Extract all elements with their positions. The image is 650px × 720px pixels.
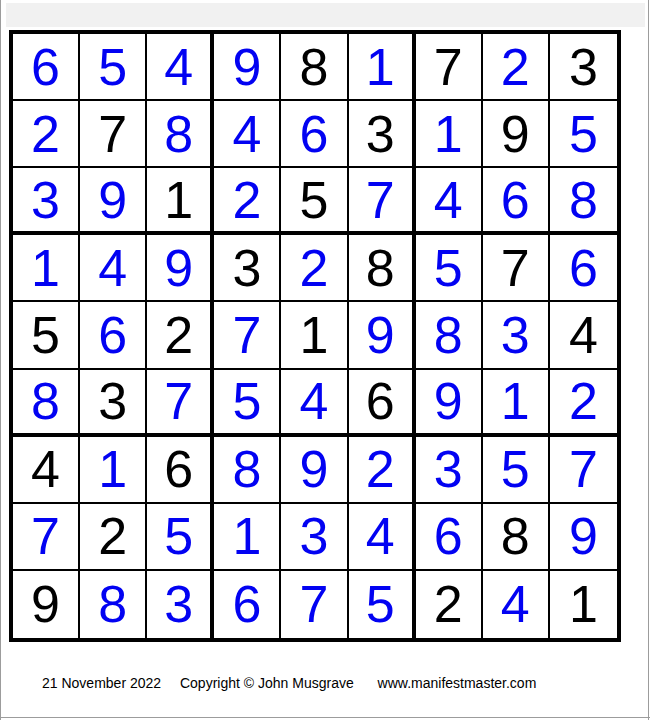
cell-r2c5: 6 [281,101,348,168]
cell-r4c9: 6 [550,235,617,302]
cell-r3c5: 5 [281,168,348,235]
cell-r5c6: 9 [349,302,416,369]
cell-r6c1: 8 [13,370,80,437]
cell-r8c5: 3 [281,504,348,571]
cell-r2c8: 9 [483,101,550,168]
cell-r7c6: 2 [349,437,416,504]
cell-r3c8: 6 [483,168,550,235]
cell-r4c2: 4 [80,235,147,302]
cell-r7c2: 1 [80,437,147,504]
cell-r4c4: 3 [214,235,281,302]
cell-r1c6: 1 [349,34,416,101]
cell-r7c9: 7 [550,437,617,504]
sudoku-board: 6549817232784631953912574681493285765627… [9,30,621,642]
cell-r6c7: 9 [416,370,483,437]
cell-r3c2: 9 [80,168,147,235]
page-edge-line-bottom [0,717,650,718]
cell-r9c6: 5 [349,571,416,638]
cell-r7c1: 4 [13,437,80,504]
footer-copyright: Copyright © John Musgrave [180,675,354,691]
cell-r2c4: 4 [214,101,281,168]
cell-r6c8: 1 [483,370,550,437]
cell-r1c7: 7 [416,34,483,101]
cell-r5c5: 1 [281,302,348,369]
cell-r6c4: 5 [214,370,281,437]
cell-r2c3: 8 [147,101,214,168]
cell-r5c3: 2 [147,302,214,369]
cell-r9c5: 7 [281,571,348,638]
cell-r9c2: 8 [80,571,147,638]
cell-r8c6: 4 [349,504,416,571]
cell-r2c7: 1 [416,101,483,168]
cell-r9c9: 1 [550,571,617,638]
cell-r9c3: 3 [147,571,214,638]
page-edge-line-left [0,0,1,720]
cell-r1c3: 4 [147,34,214,101]
cell-r2c9: 5 [550,101,617,168]
cell-r7c5: 9 [281,437,348,504]
cell-r1c9: 3 [550,34,617,101]
cell-r7c3: 6 [147,437,214,504]
cell-r5c1: 5 [13,302,80,369]
footer-date: 21 November 2022 [42,675,161,691]
cell-r5c7: 8 [416,302,483,369]
page-edge-line-right [648,0,649,720]
cell-r8c8: 8 [483,504,550,571]
cell-r3c6: 7 [349,168,416,235]
cell-r4c7: 5 [416,235,483,302]
cell-r8c7: 6 [416,504,483,571]
cell-r3c1: 3 [13,168,80,235]
cell-r4c8: 7 [483,235,550,302]
cell-r3c9: 8 [550,168,617,235]
cell-r8c2: 2 [80,504,147,571]
cell-r9c8: 4 [483,571,550,638]
cell-r6c5: 4 [281,370,348,437]
cell-r8c3: 5 [147,504,214,571]
cell-r2c1: 2 [13,101,80,168]
cell-r9c7: 2 [416,571,483,638]
cell-r6c3: 7 [147,370,214,437]
cell-r4c6: 8 [349,235,416,302]
cell-r1c5: 8 [281,34,348,101]
cell-r6c2: 3 [80,370,147,437]
cell-r4c3: 9 [147,235,214,302]
cell-r2c6: 3 [349,101,416,168]
footer-website: www.manifestmaster.com [378,675,537,691]
cell-r9c1: 9 [13,571,80,638]
cell-r4c5: 2 [281,235,348,302]
cell-r5c9: 4 [550,302,617,369]
cell-r3c7: 4 [416,168,483,235]
cell-r8c1: 7 [13,504,80,571]
cell-r2c2: 7 [80,101,147,168]
cell-r9c4: 6 [214,571,281,638]
header-band [6,3,645,27]
cell-r5c4: 7 [214,302,281,369]
cell-r3c4: 2 [214,168,281,235]
cell-r5c8: 3 [483,302,550,369]
footer-credit: 21 November 2022 Copyright © John Musgra… [42,675,536,691]
cell-r6c6: 6 [349,370,416,437]
cell-r1c8: 2 [483,34,550,101]
cell-r1c2: 5 [80,34,147,101]
cell-r7c8: 5 [483,437,550,504]
cell-r3c3: 1 [147,168,214,235]
cell-r7c4: 8 [214,437,281,504]
cell-r7c7: 3 [416,437,483,504]
cell-r1c4: 9 [214,34,281,101]
cell-r1c1: 6 [13,34,80,101]
cell-r5c2: 6 [80,302,147,369]
cell-r8c4: 1 [214,504,281,571]
cell-r4c1: 1 [13,235,80,302]
cell-r8c9: 9 [550,504,617,571]
cell-r6c9: 2 [550,370,617,437]
